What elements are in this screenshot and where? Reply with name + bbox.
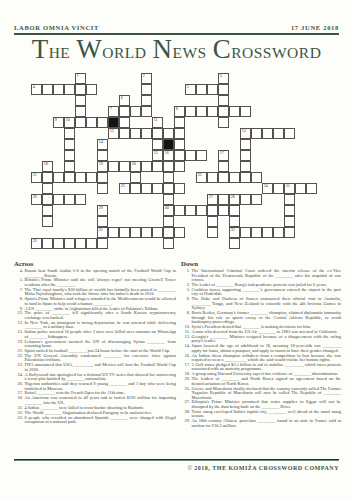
grid-cell-r15c18[interactable] bbox=[229, 238, 240, 249]
grid-cell-r14c18[interactable]: 32 bbox=[229, 227, 240, 238]
grid-gap bbox=[196, 128, 207, 139]
grid-cell-r12c6[interactable]: 29 bbox=[97, 205, 108, 216]
clue-item-number: 33. bbox=[14, 416, 25, 425]
grid-cell-r14c20[interactable] bbox=[251, 227, 262, 238]
grid-gap bbox=[262, 172, 273, 183]
grid-cell-r4c13[interactable] bbox=[174, 117, 185, 128]
clue-item-number: 6. bbox=[181, 297, 192, 311]
grid-cell-r14c21[interactable] bbox=[262, 227, 273, 238]
grid-cell-r2c17[interactable] bbox=[218, 95, 229, 106]
grid-gap bbox=[64, 205, 75, 216]
grid-gap bbox=[31, 216, 42, 227]
grid-gap bbox=[251, 117, 262, 128]
grid-cell-r9c18[interactable] bbox=[229, 172, 240, 183]
grid-cell-r9c9[interactable] bbox=[130, 172, 141, 183]
grid-cell-r5c12[interactable] bbox=[163, 128, 174, 139]
grid-gap bbox=[152, 95, 163, 106]
grid-cell-r11c1[interactable] bbox=[42, 194, 53, 205]
clue-number-25: 25 bbox=[286, 184, 290, 189]
grid-cell-r3c15[interactable] bbox=[196, 106, 207, 117]
grid-gap bbox=[207, 139, 218, 150]
grid-cell-r0c4[interactable]: 1 bbox=[75, 73, 86, 84]
grid-cell-r5c9[interactable] bbox=[130, 128, 141, 139]
clue-item-text: An American was sentenced to 49 years an… bbox=[25, 396, 176, 405]
grid-gap bbox=[295, 106, 306, 117]
grid-cell-r15c4[interactable] bbox=[75, 238, 86, 249]
clue-number-30: 30 bbox=[165, 206, 169, 211]
grid-cell-r6c11[interactable] bbox=[152, 139, 163, 150]
grid-gap bbox=[86, 73, 97, 84]
grid-gap bbox=[284, 238, 295, 249]
grid-cell-r1c14[interactable]: 5 bbox=[185, 84, 196, 95]
grid-gap bbox=[174, 216, 185, 227]
grid-gap bbox=[31, 183, 42, 194]
grid-cell-r15c12[interactable] bbox=[163, 238, 174, 249]
grid-cell-r9c2[interactable] bbox=[53, 172, 64, 183]
grid-gap bbox=[229, 73, 240, 84]
down-clues-section: Down 1.The International Criminal Court … bbox=[181, 260, 341, 429]
grid-cell-r11c0[interactable]: 26 bbox=[31, 194, 42, 205]
grid-cell-r1c3[interactable] bbox=[64, 84, 75, 95]
grid-cell-r4c17[interactable] bbox=[218, 117, 229, 128]
grid-gap bbox=[207, 73, 218, 84]
grid-gap bbox=[295, 161, 306, 172]
grid-gap bbox=[119, 139, 130, 150]
grid-cell-r9c20[interactable] bbox=[251, 172, 262, 183]
grid-gap bbox=[295, 227, 306, 238]
grid-cell-r11c4[interactable] bbox=[75, 194, 86, 205]
grid-gap bbox=[251, 161, 262, 172]
grid-gap bbox=[119, 194, 130, 205]
grid-gap bbox=[273, 117, 284, 128]
grid-gap bbox=[141, 117, 152, 128]
grid-gap bbox=[306, 84, 317, 95]
grid-gap bbox=[196, 183, 207, 194]
grid-gap bbox=[207, 238, 218, 249]
grid-cell-r2c10[interactable] bbox=[141, 95, 152, 106]
clue-item: 1.The International Criminal Court order… bbox=[181, 269, 341, 283]
grid-cell-r5c3[interactable] bbox=[64, 128, 75, 139]
grid-gap bbox=[262, 84, 273, 95]
grid-gap bbox=[42, 95, 53, 106]
grid-cell-r4c8[interactable] bbox=[119, 117, 130, 128]
clue-number-28: 28 bbox=[231, 195, 235, 200]
grid-gap bbox=[273, 73, 284, 84]
grid-cell-r12c16[interactable] bbox=[207, 205, 218, 216]
grid-cell-r13c6[interactable] bbox=[97, 216, 108, 227]
grid-gap bbox=[295, 194, 306, 205]
grid-cell-r3c19[interactable] bbox=[240, 106, 251, 117]
grid-gap bbox=[196, 95, 207, 106]
grid-cell-r4c3[interactable]: 10 bbox=[64, 117, 75, 128]
grid-gap bbox=[31, 139, 42, 150]
grid-cell-r9c1[interactable] bbox=[42, 172, 53, 183]
grid-gap bbox=[31, 150, 42, 161]
grid-cell-r10c23[interactable]: 25 bbox=[284, 183, 295, 194]
grid-cell-r5c10[interactable] bbox=[141, 128, 152, 139]
grid-cell-r9c4[interactable] bbox=[75, 172, 86, 183]
grid-gap bbox=[42, 227, 53, 238]
clue-item: 23.FIFA announced that USA, ________, an… bbox=[14, 363, 176, 372]
grid-gap bbox=[130, 238, 141, 249]
grid-gap bbox=[262, 216, 273, 227]
grid-cell-r13c16[interactable] bbox=[207, 216, 218, 227]
grid-cell-r10c22[interactable] bbox=[273, 183, 284, 194]
grid-cell-r10c25[interactable] bbox=[306, 183, 317, 194]
grid-cell-r3c17[interactable] bbox=[218, 106, 229, 117]
grid-gap bbox=[185, 172, 196, 183]
grid-gap bbox=[53, 73, 64, 84]
grid-cell-r8c6[interactable]: 19 bbox=[97, 161, 108, 172]
grid-gap bbox=[53, 95, 64, 106]
grid-gap bbox=[152, 172, 163, 183]
clue-item-text: Japan lowered the age of adulthood to 18… bbox=[192, 344, 341, 353]
grid-cell-r3c10[interactable] bbox=[141, 106, 152, 117]
grid-cell-r12c23[interactable] bbox=[284, 205, 295, 216]
grid-cell-r10c11[interactable] bbox=[152, 183, 163, 194]
grid-cell-r3c8[interactable] bbox=[119, 106, 130, 117]
grid-cell-r4c6[interactable] bbox=[97, 117, 108, 128]
grid-cell-r3c4[interactable] bbox=[75, 106, 86, 117]
grid-cell-r12c13[interactable] bbox=[174, 205, 185, 216]
clue-number-4: 4 bbox=[33, 85, 35, 90]
grid-gap bbox=[284, 106, 295, 117]
grid-gap bbox=[306, 238, 317, 249]
grid-gap bbox=[42, 106, 53, 117]
grid-gap bbox=[86, 183, 97, 194]
grid-cell-r8c17[interactable] bbox=[218, 161, 229, 172]
grid-cell-r10c13[interactable] bbox=[174, 183, 185, 194]
grid-cell-r5c19[interactable]: 13 bbox=[240, 128, 251, 139]
grid-gap bbox=[141, 216, 152, 227]
grid-cell-r12c18[interactable] bbox=[229, 205, 240, 216]
grid-cell-r13c23[interactable] bbox=[284, 216, 295, 227]
grid-gap bbox=[119, 73, 130, 84]
grid-cell-r2c4[interactable] bbox=[75, 95, 86, 106]
grid-cell-r11c20[interactable] bbox=[251, 194, 262, 205]
grid-cell-r11c19[interactable] bbox=[240, 194, 251, 205]
grid-cell-r8c12[interactable] bbox=[163, 161, 174, 172]
grid-gap bbox=[97, 73, 108, 84]
grid-cell-r13c18[interactable] bbox=[229, 216, 240, 227]
grid-gap bbox=[207, 183, 218, 194]
clue-number-22: 22 bbox=[198, 173, 202, 178]
grid-cell-r6c13[interactable] bbox=[174, 139, 185, 150]
grid-cell-r6c3[interactable] bbox=[64, 139, 75, 150]
grid-gap bbox=[86, 150, 97, 161]
grid-cell-r8c10[interactable] bbox=[141, 161, 152, 172]
grid-gap bbox=[284, 139, 295, 150]
clue-item-number: 30. bbox=[14, 396, 25, 405]
clue-item-text: Indian police arrested 16 people after 2… bbox=[25, 330, 176, 339]
grid-cell-r15c5[interactable] bbox=[86, 238, 97, 249]
grid-cell-r15c0[interactable]: 33 bbox=[31, 238, 42, 249]
grid-gap bbox=[273, 216, 284, 227]
grid-cell-r14c23[interactable] bbox=[284, 227, 295, 238]
grid-cell-r10c24[interactable] bbox=[295, 183, 306, 194]
grid-cell-r6c6[interactable]: 14 bbox=[97, 139, 108, 150]
clue-item-number: 8. bbox=[14, 297, 25, 306]
grid-cell-r12c17[interactable] bbox=[218, 205, 229, 216]
grid-gap bbox=[306, 205, 317, 216]
grid-cell-r4c2[interactable]: 9 bbox=[53, 117, 64, 128]
clue-number-24: 24 bbox=[264, 184, 268, 189]
grid-cell-r4c11[interactable]: 11 bbox=[152, 117, 163, 128]
clue-number-1: 1 bbox=[77, 74, 79, 79]
grid-cell-r1c1[interactable] bbox=[42, 84, 53, 95]
grid-gap bbox=[207, 117, 218, 128]
grid-gap bbox=[108, 183, 119, 194]
grid-gap bbox=[229, 128, 240, 139]
grid-cell-r1c5[interactable] bbox=[86, 84, 97, 95]
grid-cell-r14c12[interactable] bbox=[163, 227, 174, 238]
grid-cell-r7c14[interactable] bbox=[185, 150, 196, 161]
grid-cell-r9c6[interactable] bbox=[97, 172, 108, 183]
grid-gap bbox=[130, 194, 141, 205]
grid-gap bbox=[306, 128, 317, 139]
masthead-date: 17 JUNE 2018 bbox=[291, 24, 339, 31]
clue-number-10: 10 bbox=[66, 118, 70, 123]
grid-cell-r12c14[interactable] bbox=[185, 205, 196, 216]
grid-gap bbox=[42, 73, 53, 84]
grid-gap bbox=[31, 161, 42, 172]
clue-number-9: 9 bbox=[55, 118, 57, 123]
grid-cell-r14c22[interactable] bbox=[273, 227, 284, 238]
clue-number-16: 16 bbox=[165, 151, 169, 156]
grid-cell-r8c13[interactable] bbox=[174, 161, 185, 172]
grid-gap bbox=[295, 139, 306, 150]
grid-cell-r10c12[interactable] bbox=[163, 183, 174, 194]
grid-cell-r8c1[interactable]: 18 bbox=[42, 161, 53, 172]
grid-gap bbox=[295, 128, 306, 139]
grid-cell-r14c7[interactable] bbox=[108, 227, 119, 238]
clue-item: 6.The Duke and Duchess of Sussex announc… bbox=[181, 297, 341, 311]
grid-cell-r13c12[interactable] bbox=[163, 216, 174, 227]
grid-cell-r4c5[interactable] bbox=[86, 117, 97, 128]
clue-number-29: 29 bbox=[99, 206, 103, 211]
grid-cell-r7c6[interactable] bbox=[97, 150, 108, 161]
grid-cell-r3c7[interactable]: 7 bbox=[108, 106, 119, 117]
grid-gap bbox=[130, 73, 141, 84]
grid-gap bbox=[229, 84, 240, 95]
grid-cell-r12c15[interactable] bbox=[196, 205, 207, 216]
grid-gap bbox=[295, 216, 306, 227]
grid-gap bbox=[152, 73, 163, 84]
grid-cell-r14c9[interactable] bbox=[130, 227, 141, 238]
grid-cell-r15c3[interactable] bbox=[64, 238, 75, 249]
grid-cell-r1c17[interactable] bbox=[218, 84, 229, 95]
grid-gap bbox=[31, 106, 42, 117]
grid-cell-r14c6[interactable]: 31 bbox=[97, 227, 108, 238]
grid-cell-r11c18[interactable]: 28 bbox=[229, 194, 240, 205]
grid-cell-r8c11[interactable] bbox=[152, 161, 163, 172]
grid-gap bbox=[108, 216, 119, 227]
grid-gap bbox=[251, 150, 262, 161]
grid-cell-r6c19[interactable] bbox=[240, 139, 251, 150]
grid-cell-r15c1[interactable] bbox=[42, 238, 53, 249]
grid-gap bbox=[240, 205, 251, 216]
grid-cell-r10c10[interactable] bbox=[141, 183, 152, 194]
grid-cell-r10c6[interactable] bbox=[97, 183, 108, 194]
grid-cell-r8c7[interactable] bbox=[108, 161, 119, 172]
grid-gap bbox=[251, 238, 262, 249]
grid-cell-r9c0[interactable]: 21 bbox=[31, 172, 42, 183]
grid-cell-r5c22[interactable] bbox=[273, 128, 284, 139]
grid-cell-r8c19[interactable] bbox=[240, 161, 251, 172]
grid-cell-r14c10[interactable] bbox=[141, 227, 152, 238]
grid-cell-r8c8[interactable] bbox=[119, 161, 130, 172]
grid-gap bbox=[75, 150, 86, 161]
grid-cell-r11c17[interactable] bbox=[218, 194, 229, 205]
crossword-grid: 1234567891011121314151617181920212223242… bbox=[31, 73, 317, 249]
across-clues-section: Across 4.Russia beat Saudi Arabia 5-0 in… bbox=[14, 260, 176, 425]
grid-cell-r9c3[interactable] bbox=[64, 172, 75, 183]
grid-cell-r2c8[interactable]: 6 bbox=[119, 95, 130, 106]
clue-number-26: 26 bbox=[33, 195, 37, 200]
grid-cell-r1c0[interactable]: 4 bbox=[31, 84, 42, 95]
grid-gap bbox=[306, 194, 317, 205]
grid-gap bbox=[174, 172, 185, 183]
grid-cell-r11c3[interactable] bbox=[64, 194, 75, 205]
grid-cell-r5c20[interactable] bbox=[251, 128, 262, 139]
grid-cell-r7c13[interactable] bbox=[174, 150, 185, 161]
clue-item-number: 29. bbox=[181, 419, 192, 428]
grid-cell-r7c17[interactable]: 17 bbox=[218, 150, 229, 161]
grid-gap bbox=[262, 106, 273, 117]
grid-gap bbox=[207, 161, 218, 172]
grid-cell-r1c10[interactable] bbox=[141, 84, 152, 95]
clue-number-13: 13 bbox=[242, 129, 246, 134]
grid-gap bbox=[53, 150, 64, 161]
grid-cell-r12c12[interactable]: 30 bbox=[163, 205, 174, 216]
grid-cell-r9c17[interactable] bbox=[218, 172, 229, 183]
grid-cell-r11c23[interactable] bbox=[284, 194, 295, 205]
clue-item-text: FIFA announced that USA, ________, and M… bbox=[25, 363, 176, 372]
clue-item: 8.Boris Becker, Germany's former _______… bbox=[181, 311, 341, 325]
grid-cell-r15c6[interactable] bbox=[97, 238, 108, 249]
grid-gap bbox=[130, 117, 141, 128]
grid-gap bbox=[306, 161, 317, 172]
grid-cell-r3c16[interactable] bbox=[207, 106, 218, 117]
grid-gap bbox=[306, 150, 317, 161]
grid-cell-r8c3[interactable] bbox=[64, 161, 75, 172]
grid-cell-r13c1[interactable] bbox=[42, 216, 53, 227]
grid-cell-r3c9[interactable] bbox=[130, 106, 141, 117]
grid-gap bbox=[185, 161, 196, 172]
grid-cell-r5c7[interactable]: 12 bbox=[108, 128, 119, 139]
grid-cell-r1c2[interactable] bbox=[53, 84, 64, 95]
grid-cell-r0c17[interactable]: 3 bbox=[218, 73, 229, 84]
grid-gap bbox=[53, 139, 64, 150]
clue-number-21: 21 bbox=[33, 173, 37, 178]
grid-cell-r10c21[interactable]: 24 bbox=[262, 183, 273, 194]
grid-cell-r10c8[interactable]: 23 bbox=[119, 183, 130, 194]
grid-gap bbox=[185, 227, 196, 238]
grid-cell-r14c11[interactable] bbox=[152, 227, 163, 238]
grid-cell-r9c19[interactable] bbox=[240, 172, 251, 183]
grid-cell-r3c14[interactable] bbox=[185, 106, 196, 117]
grid-gap bbox=[262, 150, 273, 161]
grid-cell-r1c4[interactable] bbox=[75, 84, 86, 95]
grid-gap bbox=[284, 161, 295, 172]
grid-gap bbox=[273, 139, 284, 150]
grid-cell-r15c2[interactable] bbox=[53, 238, 64, 249]
grid-cell-r7c3[interactable] bbox=[64, 150, 75, 161]
grid-gap bbox=[185, 73, 196, 84]
grid-cell-r7c15[interactable] bbox=[196, 150, 207, 161]
grid-gap bbox=[97, 106, 108, 117]
grid-cell-r7c19[interactable] bbox=[240, 150, 251, 161]
grid-cell-r0c10[interactable]: 2 bbox=[141, 73, 152, 84]
grid-gap bbox=[218, 238, 229, 249]
grid-cell-r11c16[interactable]: 27 bbox=[207, 194, 218, 205]
grid-cell-r14c13[interactable] bbox=[174, 227, 185, 238]
down-clue-list: 1.The International Criminal Court order… bbox=[181, 269, 341, 428]
clue-item-text: Spain's Prime Minister said refugees str… bbox=[25, 297, 176, 306]
newspaper-page: LABOR OMNIA VINCIT 17 JUNE 2018 THEWORLD… bbox=[0, 0, 353, 500]
grid-cell-r9c12[interactable] bbox=[163, 172, 174, 183]
grid-gap bbox=[53, 183, 64, 194]
grid-cell-r4c4[interactable] bbox=[75, 117, 86, 128]
clue-item-number: 23. bbox=[14, 363, 25, 372]
grid-gap bbox=[64, 216, 75, 227]
grid-cell-r5c8[interactable] bbox=[119, 128, 130, 139]
grid-cell-r9c16[interactable] bbox=[207, 172, 218, 183]
grid-gap bbox=[284, 117, 295, 128]
grid-gap bbox=[273, 150, 284, 161]
grid-cell-r14c16[interactable] bbox=[207, 227, 218, 238]
grid-gap bbox=[185, 194, 196, 205]
grid-gap bbox=[251, 216, 262, 227]
grid-cell-r1c15[interactable] bbox=[196, 84, 207, 95]
grid-cell-r3c18[interactable] bbox=[229, 106, 240, 117]
grid-cell-r7c11[interactable]: 15 bbox=[152, 150, 163, 161]
clue-item-number: 1. bbox=[181, 269, 192, 283]
clue-number-14: 14 bbox=[99, 140, 103, 145]
grid-cell-r3c13[interactable]: 8 bbox=[174, 106, 185, 117]
grid-cell-r5c21[interactable] bbox=[262, 128, 273, 139]
grid-gap bbox=[251, 183, 262, 194]
grid-cell-r1c16[interactable] bbox=[207, 84, 218, 95]
grid-gap bbox=[306, 227, 317, 238]
grid-gap bbox=[152, 194, 163, 205]
grid-cell-r5c23[interactable] bbox=[284, 128, 295, 139]
grid-cell-r11c2[interactable] bbox=[53, 194, 64, 205]
grid-gap bbox=[185, 216, 196, 227]
clue-number-23: 23 bbox=[121, 184, 125, 189]
grid-cell-r8c9[interactable]: 20 bbox=[130, 161, 141, 172]
grid-cell-r7c12[interactable]: 16 bbox=[163, 150, 174, 161]
grid-cell-r10c9[interactable] bbox=[130, 183, 141, 194]
clue-item-text: Boris Becker, Germany's former ________ … bbox=[192, 311, 341, 325]
grid-gap bbox=[284, 172, 295, 183]
grid-gap bbox=[53, 128, 64, 139]
grid-cell-r9c5[interactable] bbox=[86, 172, 97, 183]
grid-gap bbox=[75, 139, 86, 150]
grid-cell-r12c1[interactable] bbox=[42, 205, 53, 216]
grid-gap bbox=[31, 128, 42, 139]
grid-cell-r5c11[interactable] bbox=[152, 128, 163, 139]
grid-cell-r5c13[interactable] bbox=[174, 128, 185, 139]
grid-gap bbox=[262, 95, 273, 106]
grid-gap bbox=[273, 194, 284, 205]
grid-cell-r14c8[interactable] bbox=[119, 227, 130, 238]
grid-cell-r11c12[interactable] bbox=[163, 194, 174, 205]
grid-cell-r10c1[interactable] bbox=[42, 183, 53, 194]
grid-cell-r14c19[interactable] bbox=[240, 227, 251, 238]
grid-cell-r9c15[interactable]: 22 bbox=[196, 172, 207, 183]
grid-gap bbox=[229, 139, 240, 150]
